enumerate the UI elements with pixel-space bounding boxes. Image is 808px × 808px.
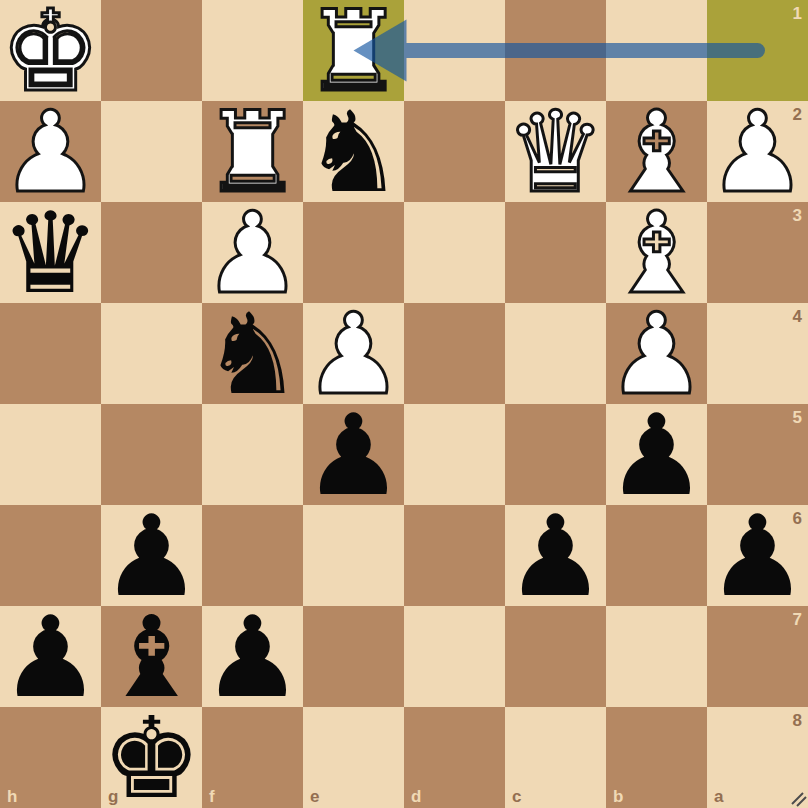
black-pawn[interactable]: ♟ [202,606,303,707]
black-knight[interactable]: ♞ [202,303,303,404]
square-d3[interactable] [404,202,505,303]
square-b1[interactable] [606,0,707,101]
square-b7[interactable] [606,606,707,707]
rank-label-4: 4 [793,308,802,325]
file-label-g: g [108,788,118,805]
square-d6[interactable] [404,505,505,606]
square-g3[interactable] [101,202,202,303]
white-bishop[interactable]: ♝ [606,101,707,202]
square-g4[interactable] [101,303,202,404]
rank-label-7: 7 [793,611,802,628]
black-pawn[interactable]: ♟ [0,606,101,707]
black-pawn[interactable]: ♟ [606,404,707,505]
rank-label-6: 6 [793,510,802,527]
square-e3[interactable] [303,202,404,303]
chess-board: 12345678hgfedcba♚♜♟♜♞♛♝♟♛♟♝♞♟♟♟♟♟♟♟♟♝♟♚ [0,0,808,808]
file-label-a: a [714,788,723,805]
rank-label-5: 5 [793,409,802,426]
black-knight[interactable]: ♞ [303,101,404,202]
square-f6[interactable] [202,505,303,606]
square-d2[interactable] [404,101,505,202]
square-c1[interactable] [505,0,606,101]
square-g1[interactable] [101,0,202,101]
square-h4[interactable] [0,303,101,404]
square-d5[interactable] [404,404,505,505]
rank-label-3: 3 [793,207,802,224]
white-pawn[interactable]: ♟ [303,303,404,404]
square-f5[interactable] [202,404,303,505]
square-h6[interactable] [0,505,101,606]
white-rook[interactable]: ♜ [303,0,404,101]
square-d1[interactable] [404,0,505,101]
black-pawn[interactable]: ♟ [101,505,202,606]
square-f1[interactable] [202,0,303,101]
black-bishop[interactable]: ♝ [101,606,202,707]
white-pawn[interactable]: ♟ [202,202,303,303]
rank-label-2: 2 [793,106,802,123]
white-rook[interactable]: ♜ [202,101,303,202]
square-c7[interactable] [505,606,606,707]
square-h5[interactable] [0,404,101,505]
white-queen[interactable]: ♛ [505,101,606,202]
square-e6[interactable] [303,505,404,606]
file-label-c: c [512,788,521,805]
white-king[interactable]: ♚ [0,0,101,101]
white-pawn[interactable]: ♟ [606,303,707,404]
square-d7[interactable] [404,606,505,707]
black-pawn[interactable]: ♟ [303,404,404,505]
rank-label-1: 1 [793,5,802,22]
square-c5[interactable] [505,404,606,505]
square-g2[interactable] [101,101,202,202]
white-bishop[interactable]: ♝ [606,202,707,303]
black-queen[interactable]: ♛ [0,202,101,303]
file-label-f: f [209,788,215,805]
black-pawn[interactable]: ♟ [505,505,606,606]
square-f8[interactable] [202,707,303,808]
file-label-h: h [7,788,17,805]
square-c3[interactable] [505,202,606,303]
square-g5[interactable] [101,404,202,505]
square-e7[interactable] [303,606,404,707]
square-d4[interactable] [404,303,505,404]
square-b6[interactable] [606,505,707,606]
file-label-e: e [310,788,319,805]
square-c4[interactable] [505,303,606,404]
file-label-d: d [411,788,421,805]
rank-label-8: 8 [793,712,802,729]
white-pawn[interactable]: ♟ [0,101,101,202]
file-label-b: b [613,788,623,805]
